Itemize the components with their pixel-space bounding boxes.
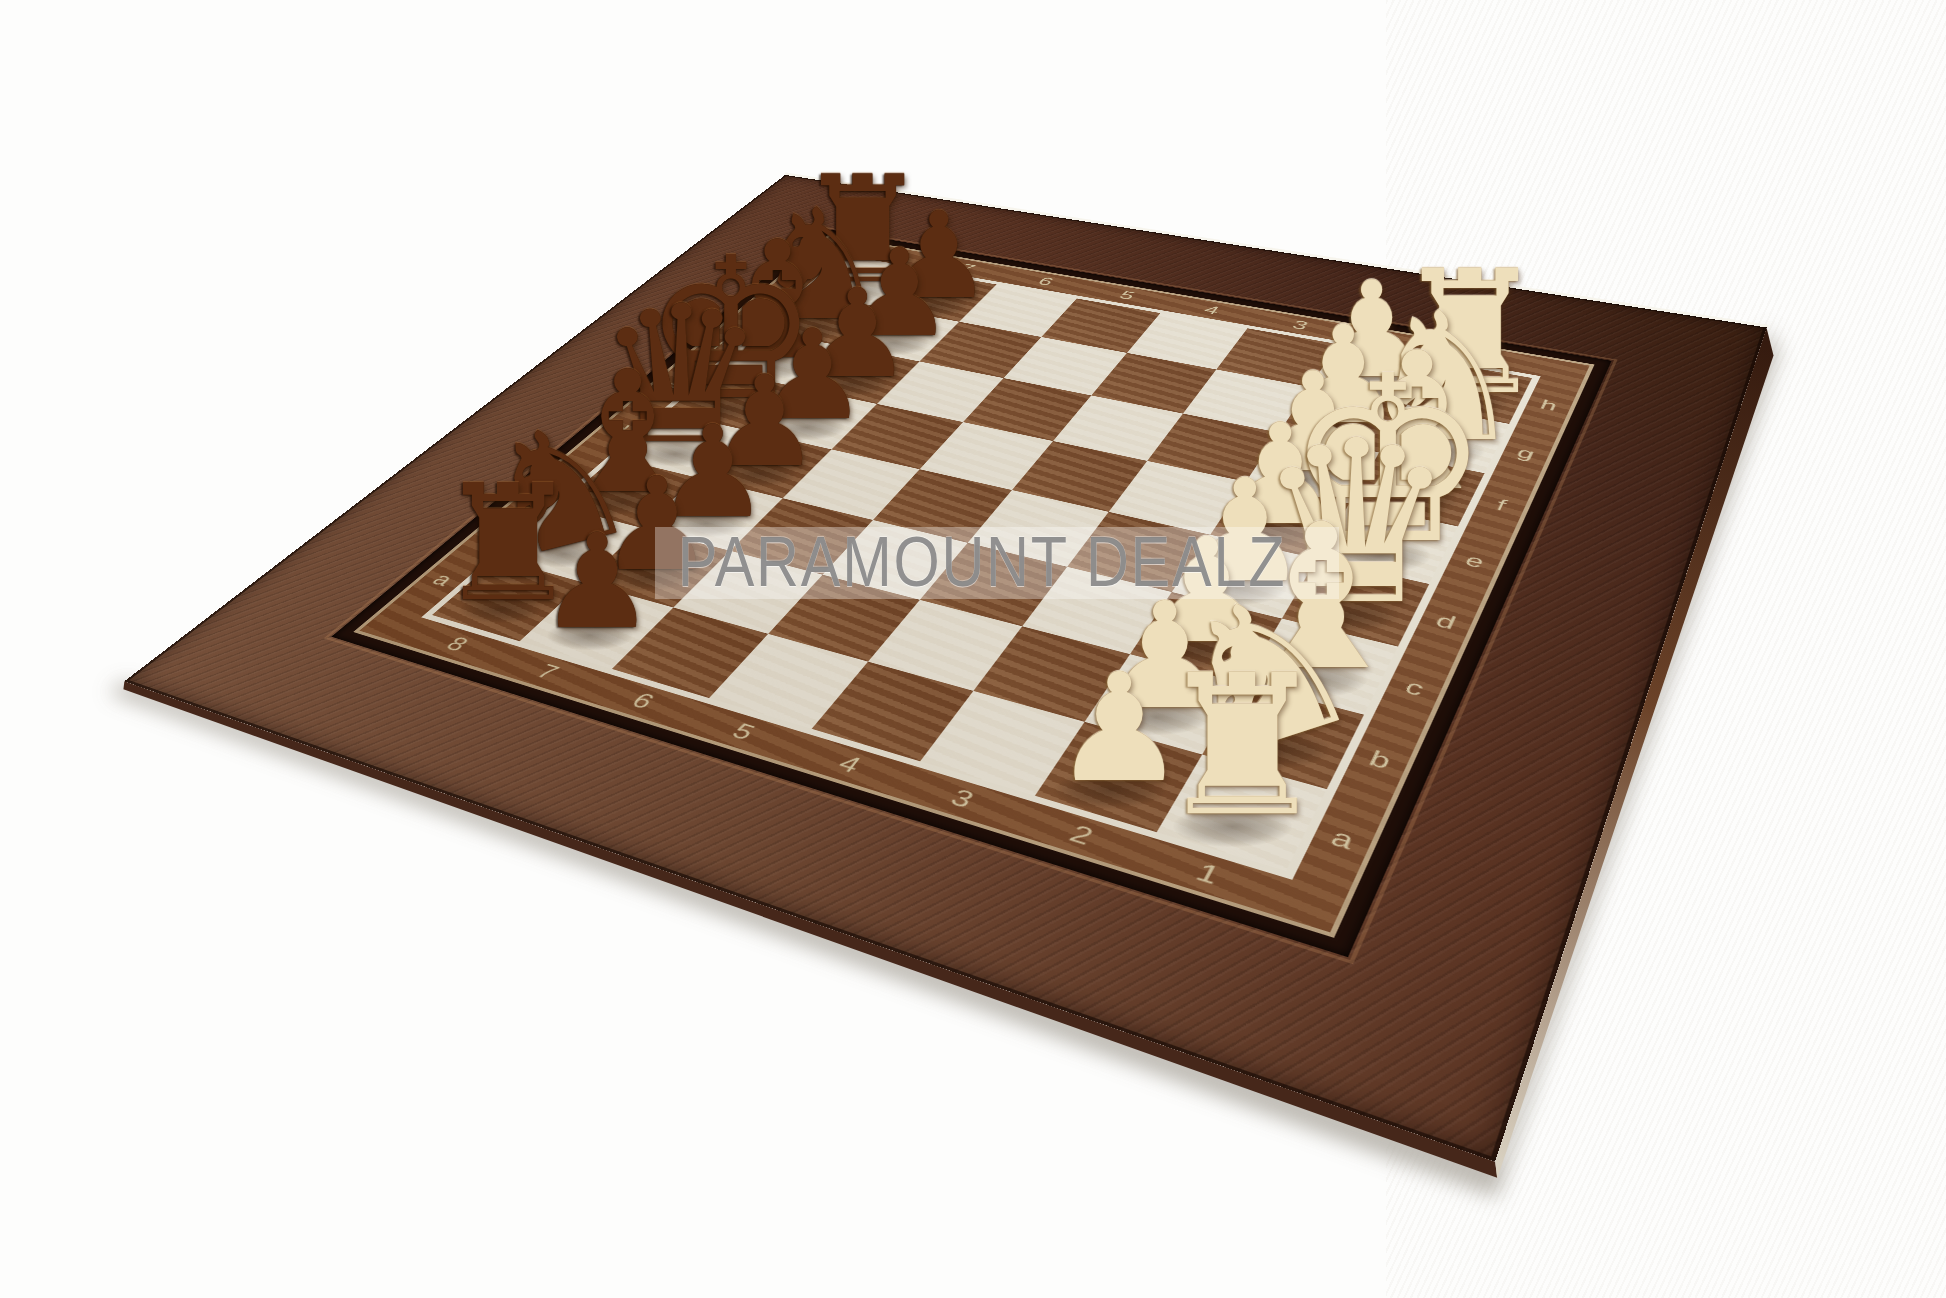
photo-canvas: aa88bb77cc66dd55ee44ff33gg22hh11 ♜♟♞♟♝♟♟… <box>0 0 1946 1298</box>
piece-black-pawn-a7[interactable]: ♟ <box>538 528 655 635</box>
watermark-text: PARAMOUNT DEALZ <box>678 522 1286 602</box>
piece-white-rook-a1[interactable]: ♜ <box>1156 667 1330 826</box>
